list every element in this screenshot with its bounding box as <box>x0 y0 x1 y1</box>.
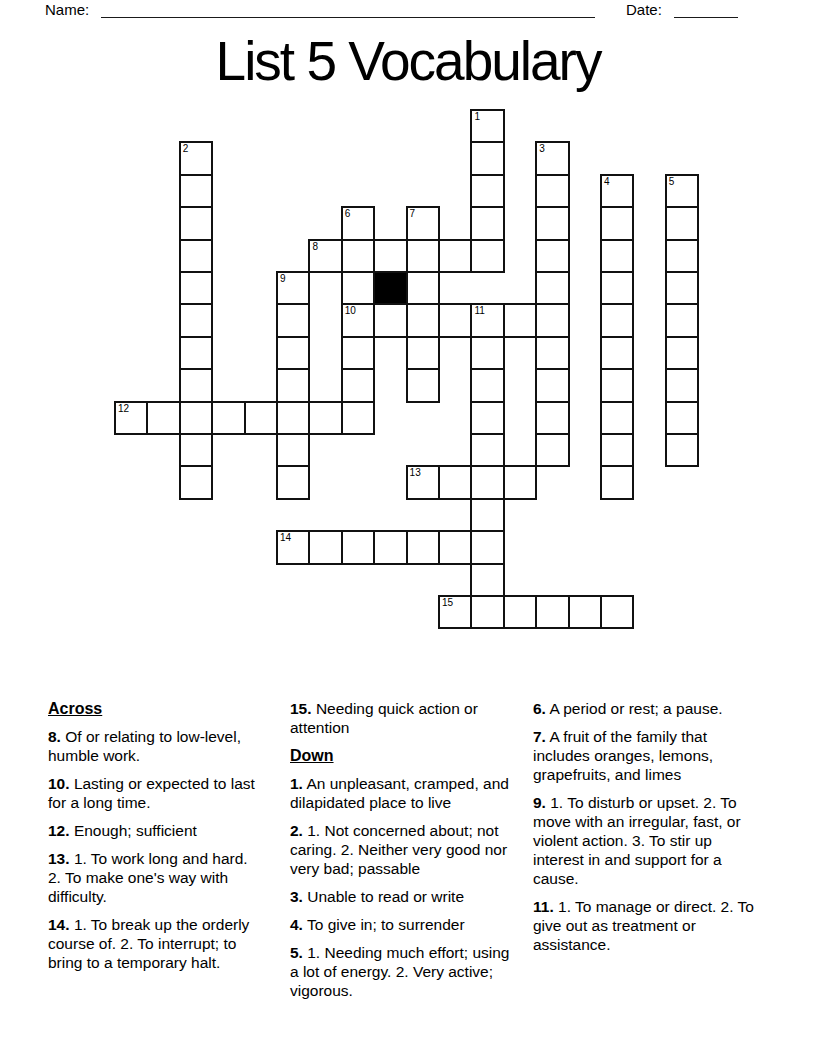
cell-number: 14 <box>280 532 291 543</box>
grid-cell[interactable]: 4 <box>600 174 634 208</box>
grid-cell[interactable] <box>341 336 375 370</box>
grid-cell[interactable] <box>665 271 699 305</box>
clue-number-label: 1. <box>290 775 303 792</box>
grid-cell[interactable] <box>470 336 504 370</box>
cell-number: 4 <box>604 176 610 187</box>
clue-down-9: 9. 1. To disturb or upset. 2. To move wi… <box>533 793 765 888</box>
grid-cell[interactable] <box>665 336 699 370</box>
grid-cell[interactable] <box>276 465 310 499</box>
grid-cell[interactable]: 2 <box>179 141 213 175</box>
black-cell <box>373 271 407 305</box>
grid-cell[interactable] <box>600 368 634 402</box>
grid-cell[interactable] <box>179 433 213 467</box>
grid-cell[interactable] <box>211 401 245 435</box>
cell-number: 3 <box>539 143 545 154</box>
name-blank-line <box>101 17 595 18</box>
clue-text: A fruit of the family that includes oran… <box>533 728 713 783</box>
grid-cell[interactable] <box>179 174 213 208</box>
grid-cell[interactable] <box>373 239 407 273</box>
grid-cell[interactable] <box>665 401 699 435</box>
grid-cell[interactable]: 7 <box>406 206 440 240</box>
grid-cell[interactable] <box>276 368 310 402</box>
grid-cell[interactable] <box>470 595 504 629</box>
grid-cell[interactable] <box>600 433 634 467</box>
grid-cell[interactable]: 13 <box>406 465 440 499</box>
clue-across-15: 15. Needing quick action or attention <box>290 699 514 737</box>
grid-cell[interactable] <box>600 595 634 629</box>
grid-cell[interactable] <box>341 530 375 564</box>
grid-cell[interactable] <box>503 465 537 499</box>
grid-cell[interactable] <box>470 563 504 597</box>
cell-number: 9 <box>280 273 286 284</box>
grid-cell[interactable] <box>535 174 569 208</box>
grid-cell[interactable] <box>179 271 213 305</box>
grid-cell[interactable] <box>665 206 699 240</box>
grid-cell[interactable] <box>146 401 180 435</box>
clue-text: 1. To work long and hard. 2. To make one… <box>48 850 248 905</box>
grid-cell[interactable] <box>406 239 440 273</box>
grid-cell[interactable]: 11 <box>470 303 504 337</box>
grid-cell[interactable] <box>406 303 440 337</box>
grid-cell[interactable] <box>179 465 213 499</box>
grid-cell[interactable] <box>308 530 342 564</box>
cell-number: 6 <box>345 208 351 219</box>
grid-cell[interactable] <box>179 303 213 337</box>
grid-cell[interactable] <box>276 303 310 337</box>
clue-number-label: 10. <box>48 775 70 792</box>
down-header: Down <box>290 746 514 765</box>
grid-cell[interactable] <box>535 368 569 402</box>
clue-text: Unable to read or write <box>307 888 464 905</box>
clue-number-label: 6. <box>533 700 546 717</box>
grid-cell[interactable] <box>373 303 407 337</box>
grid-cell[interactable] <box>535 401 569 435</box>
grid-cell[interactable] <box>470 368 504 402</box>
grid-cell[interactable] <box>470 433 504 467</box>
clue-number-label: 15. <box>290 700 312 717</box>
grid-cell[interactable] <box>179 368 213 402</box>
clue-down-7: 7. A fruit of the family that includes o… <box>533 727 765 784</box>
clue-down-3: 3. Unable to read or write <box>290 887 514 906</box>
worksheet-page: Name: Date: List 5 Vocabulary 1234567891… <box>0 0 816 1056</box>
cell-number: 13 <box>410 467 421 478</box>
clue-down-2: 2. 1. Not concerned about; not caring. 2… <box>290 821 514 878</box>
grid-cell[interactable] <box>535 239 569 273</box>
clue-down-4: 4. To give in; to surrender <box>290 915 514 934</box>
grid-cell[interactable] <box>470 530 504 564</box>
clue-text: Needing quick action or attention <box>290 700 478 736</box>
grid-cell[interactable]: 3 <box>535 141 569 175</box>
grid-cell[interactable] <box>438 465 472 499</box>
grid-cell[interactable] <box>600 401 634 435</box>
date-label: Date: <box>626 1 662 18</box>
page-title: List 5 Vocabulary <box>0 31 816 91</box>
clue-across-14: 14. 1. To break up the orderly course of… <box>48 915 260 972</box>
across-header: Across <box>48 699 260 718</box>
date-blank-line <box>674 17 738 18</box>
grid-cell[interactable] <box>373 530 407 564</box>
grid-cell[interactable] <box>535 303 569 337</box>
clue-text: A period or rest; a pause. <box>549 700 722 717</box>
grid-cell[interactable] <box>503 303 537 337</box>
clue-across-13: 13. 1. To work long and hard. 2. To make… <box>48 849 260 906</box>
clue-number-label: 9. <box>533 794 546 811</box>
cell-number: 7 <box>410 208 416 219</box>
clue-number-label: 7. <box>533 728 546 745</box>
grid-cell[interactable] <box>179 336 213 370</box>
clue-text: 1. To manage or direct. 2. To give out a… <box>533 898 754 953</box>
grid-cell[interactable] <box>665 433 699 467</box>
clue-text: Enough; sufficient <box>74 822 197 839</box>
grid-cell[interactable] <box>503 595 537 629</box>
grid-cell[interactable] <box>535 336 569 370</box>
grid-cell[interactable] <box>406 368 440 402</box>
grid-cell[interactable] <box>308 401 342 435</box>
grid-cell[interactable] <box>179 206 213 240</box>
grid-cell[interactable]: 12 <box>114 401 148 435</box>
grid-cell[interactable] <box>179 239 213 273</box>
grid-cell[interactable] <box>406 336 440 370</box>
grid-cell[interactable]: 15 <box>438 595 472 629</box>
cell-number: 12 <box>118 403 129 414</box>
grid-cell[interactable] <box>179 401 213 435</box>
clue-number-label: 3. <box>290 888 303 905</box>
clue-text: 1. Needing much effort; using a lot of e… <box>290 944 509 999</box>
clue-number-label: 13. <box>48 850 70 867</box>
grid-cell[interactable] <box>665 239 699 273</box>
cell-number: 2 <box>183 143 189 154</box>
grid-cell[interactable] <box>665 303 699 337</box>
clue-number-label: 12. <box>48 822 70 839</box>
grid-cell[interactable] <box>470 206 504 240</box>
grid-cell[interactable] <box>276 336 310 370</box>
grid-cell[interactable] <box>470 141 504 175</box>
cell-number: 11 <box>474 305 484 316</box>
grid-cell[interactable] <box>600 303 634 337</box>
clue-number-label: 4. <box>290 916 303 933</box>
clue-column-1: Across 8. Of or relating to low-level, h… <box>48 699 260 981</box>
clue-down-1: 1. An unpleasant, cramped, and dilapidat… <box>290 774 514 812</box>
clue-number-label: 5. <box>290 944 303 961</box>
grid-cell[interactable] <box>276 401 310 435</box>
clue-text: Of or relating to low-level, humble work… <box>48 728 241 764</box>
clue-down-6: 6. A period or rest; a pause. <box>533 699 765 718</box>
grid-cell[interactable] <box>535 206 569 240</box>
clue-column-2: 15. Needing quick action or attention Do… <box>290 699 514 1009</box>
grid-cell[interactable] <box>341 271 375 305</box>
name-label: Name: <box>45 1 89 18</box>
clue-text: To give in; to surrender <box>307 916 465 933</box>
clue-text: An unpleasant, cramped, and dilapidated … <box>290 775 509 811</box>
grid-cell[interactable] <box>535 271 569 305</box>
grid-cell[interactable]: 6 <box>341 206 375 240</box>
clue-across-10: 10. Lasting or expected to last for a lo… <box>48 774 260 812</box>
clue-text: 1. To break up the orderly course of. 2.… <box>48 916 249 971</box>
grid-cell[interactable] <box>665 368 699 402</box>
grid-cell[interactable]: 5 <box>665 174 699 208</box>
grid-cell[interactable] <box>438 239 472 273</box>
grid-cell[interactable]: 1 <box>470 109 504 143</box>
grid-cell[interactable] <box>470 498 504 532</box>
grid-cell[interactable] <box>406 271 440 305</box>
clue-across-12: 12. Enough; sufficient <box>48 821 260 840</box>
grid-cell[interactable]: 10 <box>341 303 375 337</box>
grid-cell[interactable] <box>600 336 634 370</box>
cell-number: 1 <box>474 111 480 122</box>
clue-number-label: 2. <box>290 822 303 839</box>
clue-down-11: 11. 1. To manage or direct. 2. To give o… <box>533 897 765 954</box>
grid-cell[interactable]: 8 <box>308 239 342 273</box>
grid-cell[interactable]: 14 <box>276 530 310 564</box>
grid-cell[interactable] <box>470 465 504 499</box>
grid-cell[interactable] <box>341 401 375 435</box>
grid-cell[interactable] <box>535 595 569 629</box>
grid-cell[interactable] <box>244 401 278 435</box>
grid-cell[interactable] <box>470 239 504 273</box>
crossword-grid: 123456789101112131415 <box>115 110 701 631</box>
grid-cell[interactable] <box>438 530 472 564</box>
cell-number: 15 <box>442 597 453 608</box>
grid-cell[interactable] <box>600 239 634 273</box>
grid-cell[interactable] <box>470 174 504 208</box>
grid-cell[interactable] <box>600 271 634 305</box>
cell-number: 8 <box>312 241 318 252</box>
grid-cell[interactable] <box>341 239 375 273</box>
cell-number: 5 <box>669 176 675 187</box>
grid-cell[interactable] <box>276 433 310 467</box>
grid-cell[interactable] <box>438 303 472 337</box>
clue-across-8: 8. Of or relating to low-level, humble w… <box>48 727 260 765</box>
clue-number-label: 14. <box>48 916 70 933</box>
grid-cell[interactable] <box>470 401 504 435</box>
grid-cell[interactable] <box>535 433 569 467</box>
clue-text: 1. Not concerned about; not caring. 2. N… <box>290 822 507 877</box>
clue-column-3: 6. A period or rest; a pause. 7. A fruit… <box>533 699 765 963</box>
grid-cell[interactable] <box>600 206 634 240</box>
grid-cell[interactable] <box>406 530 440 564</box>
grid-cell[interactable]: 9 <box>276 271 310 305</box>
grid-cell[interactable] <box>600 465 634 499</box>
clue-number-label: 8. <box>48 728 61 745</box>
grid-cell[interactable] <box>341 368 375 402</box>
clue-text: Lasting or expected to last for a long t… <box>48 775 255 811</box>
cell-number: 10 <box>345 305 356 316</box>
clue-text: 1. To disturb or upset. 2. To move with … <box>533 794 741 887</box>
grid-cell[interactable] <box>568 595 602 629</box>
clue-down-5: 5. 1. Needing much effort; using a lot o… <box>290 943 514 1000</box>
clue-number-label: 11. <box>533 898 554 915</box>
